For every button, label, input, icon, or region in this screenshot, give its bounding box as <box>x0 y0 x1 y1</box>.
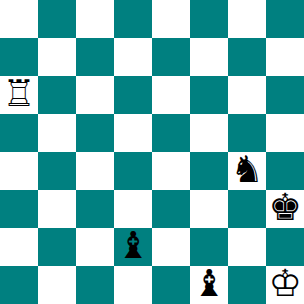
square-g2[interactable] <box>228 228 266 266</box>
square-f4[interactable] <box>190 152 228 190</box>
square-b5[interactable] <box>38 114 76 152</box>
square-d3[interactable] <box>114 190 152 228</box>
square-g7[interactable] <box>228 38 266 76</box>
square-c3[interactable] <box>76 190 114 228</box>
square-a1[interactable] <box>0 266 38 304</box>
square-h2[interactable] <box>266 228 304 266</box>
square-h3[interactable]: ♚ <box>266 190 304 228</box>
square-e3[interactable] <box>152 190 190 228</box>
square-h5[interactable] <box>266 114 304 152</box>
chess-board: ♖♞♚♝♝♔ <box>0 0 304 304</box>
square-f6[interactable] <box>190 76 228 114</box>
square-a4[interactable] <box>0 152 38 190</box>
square-g6[interactable] <box>228 76 266 114</box>
square-a5[interactable] <box>0 114 38 152</box>
square-h1[interactable]: ♔ <box>266 266 304 304</box>
square-e1[interactable] <box>152 266 190 304</box>
square-d7[interactable] <box>114 38 152 76</box>
black-bishop-piece[interactable]: ♝ <box>116 228 149 265</box>
square-a6[interactable]: ♖ <box>0 76 38 114</box>
black-bishop-piece[interactable]: ♝ <box>192 266 225 303</box>
square-e5[interactable] <box>152 114 190 152</box>
square-e8[interactable] <box>152 0 190 38</box>
square-d6[interactable] <box>114 76 152 114</box>
square-g5[interactable] <box>228 114 266 152</box>
square-b4[interactable] <box>38 152 76 190</box>
square-g3[interactable] <box>228 190 266 228</box>
white-king-piece[interactable]: ♔ <box>268 266 301 303</box>
square-a2[interactable] <box>0 228 38 266</box>
square-f7[interactable] <box>190 38 228 76</box>
black-knight-piece[interactable]: ♞ <box>230 152 263 189</box>
square-c1[interactable] <box>76 266 114 304</box>
square-h4[interactable] <box>266 152 304 190</box>
square-f1[interactable]: ♝ <box>190 266 228 304</box>
square-c2[interactable] <box>76 228 114 266</box>
square-h7[interactable] <box>266 38 304 76</box>
square-b8[interactable] <box>38 0 76 38</box>
square-d1[interactable] <box>114 266 152 304</box>
square-f5[interactable] <box>190 114 228 152</box>
square-a7[interactable] <box>0 38 38 76</box>
square-g8[interactable] <box>228 0 266 38</box>
square-d5[interactable] <box>114 114 152 152</box>
white-rook-piece[interactable]: ♖ <box>2 76 35 113</box>
square-e4[interactable] <box>152 152 190 190</box>
square-b7[interactable] <box>38 38 76 76</box>
square-c5[interactable] <box>76 114 114 152</box>
square-c4[interactable] <box>76 152 114 190</box>
square-e6[interactable] <box>152 76 190 114</box>
square-g1[interactable] <box>228 266 266 304</box>
square-b1[interactable] <box>38 266 76 304</box>
square-b3[interactable] <box>38 190 76 228</box>
square-c6[interactable] <box>76 76 114 114</box>
square-c8[interactable] <box>76 0 114 38</box>
square-d4[interactable] <box>114 152 152 190</box>
square-a3[interactable] <box>0 190 38 228</box>
square-e7[interactable] <box>152 38 190 76</box>
square-f3[interactable] <box>190 190 228 228</box>
black-king-piece[interactable]: ♚ <box>268 190 301 227</box>
square-a8[interactable] <box>0 0 38 38</box>
square-e2[interactable] <box>152 228 190 266</box>
square-d2[interactable]: ♝ <box>114 228 152 266</box>
square-c7[interactable] <box>76 38 114 76</box>
square-h8[interactable] <box>266 0 304 38</box>
square-d8[interactable] <box>114 0 152 38</box>
square-f2[interactable] <box>190 228 228 266</box>
square-b6[interactable] <box>38 76 76 114</box>
square-f8[interactable] <box>190 0 228 38</box>
square-b2[interactable] <box>38 228 76 266</box>
square-h6[interactable] <box>266 76 304 114</box>
square-g4[interactable]: ♞ <box>228 152 266 190</box>
